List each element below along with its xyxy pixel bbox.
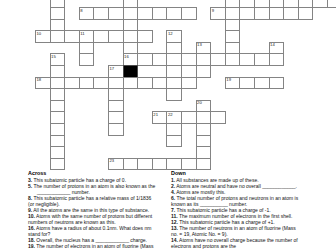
grid-cell[interactable] [79, 53, 95, 66]
grid-cell[interactable] [239, 7, 255, 20]
grid-cell[interactable] [254, 53, 270, 66]
grid-cell[interactable]: 18 [35, 77, 51, 90]
grid-cell[interactable] [254, 7, 270, 20]
grid-cell[interactable] [166, 88, 182, 101]
grid-cell[interactable] [166, 7, 182, 20]
grid-cell[interactable] [196, 158, 212, 171]
clue-number: 22 [168, 112, 173, 117]
grid-cell[interactable] [108, 30, 124, 43]
grid-cell[interactable] [181, 158, 197, 171]
grid-cell[interactable] [50, 30, 66, 43]
grid-cell[interactable] [108, 7, 124, 20]
grid-cell[interactable] [137, 53, 153, 66]
grid-cell[interactable] [298, 7, 314, 20]
grid-cell[interactable] [269, 53, 285, 66]
grid-cell[interactable] [166, 135, 182, 148]
grid-cell[interactable] [152, 158, 168, 171]
grid-cell[interactable] [196, 65, 212, 78]
grid-cell[interactable]: 19 [225, 77, 241, 90]
crossword-grid: 891011121314151617181920212223 [0, 0, 336, 170]
grid-cell[interactable] [210, 53, 226, 66]
grid-cell[interactable] [269, 77, 285, 90]
grid-cell[interactable] [181, 77, 197, 90]
across-clue-line: 19. The number of electrons in an atom o… [28, 243, 168, 249]
grid-cell[interactable] [166, 158, 182, 171]
grid-cell[interactable] [79, 77, 95, 90]
grid-cell[interactable] [137, 158, 153, 171]
grid-cell[interactable] [283, 7, 299, 20]
grid-cell[interactable]: 23 [108, 158, 124, 171]
down-header: Down [171, 170, 333, 177]
down-clues: Down 1. All substances are made up of th… [171, 170, 333, 249]
clue-number: 14 [270, 42, 275, 47]
grid-cell[interactable] [210, 111, 226, 124]
grid-cell[interactable] [93, 30, 109, 43]
clue-number: 13 [197, 42, 202, 47]
clue-number: 20 [197, 100, 202, 105]
clue-number: 21 [153, 112, 158, 117]
clue-number: 15 [51, 54, 56, 59]
grid-cell[interactable] [137, 77, 153, 90]
grid-cell[interactable] [312, 0, 328, 8]
clue-number: 16 [124, 54, 129, 59]
grid-cell[interactable] [269, 7, 285, 20]
across-clues: Across 3. This subatomic particle has a … [28, 170, 168, 249]
grid-cell[interactable] [93, 7, 109, 20]
grid-cell[interactable] [137, 30, 153, 43]
grid-cell[interactable] [137, 7, 153, 20]
grid-cell[interactable]: 9 [210, 7, 226, 20]
grid-cell[interactable] [239, 53, 255, 66]
grid-cell[interactable] [225, 53, 241, 66]
down-clue-line: electrons and protons are the [171, 243, 333, 249]
across-header: Across [28, 170, 168, 177]
clue-number: 18 [37, 77, 42, 82]
grid-cell[interactable] [181, 53, 197, 66]
grid-cell[interactable] [152, 53, 168, 66]
clue-number: 19 [226, 77, 231, 82]
grid-cell[interactable] [152, 7, 168, 20]
grid-cell[interactable] [327, 0, 336, 8]
clue-number: 12 [168, 31, 173, 36]
grid-cell[interactable] [239, 77, 255, 90]
grid-cell[interactable] [64, 30, 80, 43]
grid-cell[interactable] [123, 77, 139, 90]
grid-cell[interactable]: 8 [79, 7, 95, 20]
grid-cell[interactable] [50, 158, 66, 171]
grid-cell[interactable] [152, 77, 168, 90]
grid-cell[interactable] [254, 77, 270, 90]
grid-cell[interactable] [181, 7, 197, 20]
clue-number: 17 [110, 66, 115, 71]
clue-number: 10 [37, 31, 42, 36]
grid-cell[interactable] [93, 77, 109, 90]
grid-cell[interactable] [123, 158, 139, 171]
clue-number: 11 [80, 31, 84, 36]
grid-cell[interactable]: 21 [152, 111, 168, 124]
grid-cell[interactable] [108, 123, 124, 136]
grid-cell[interactable] [64, 77, 80, 90]
grid-cell[interactable] [181, 111, 197, 124]
clue-number: 8 [80, 8, 82, 13]
grid-cell[interactable]: 10 [35, 30, 51, 43]
clue-number: 23 [110, 158, 115, 163]
clue-number: 9 [212, 8, 214, 13]
